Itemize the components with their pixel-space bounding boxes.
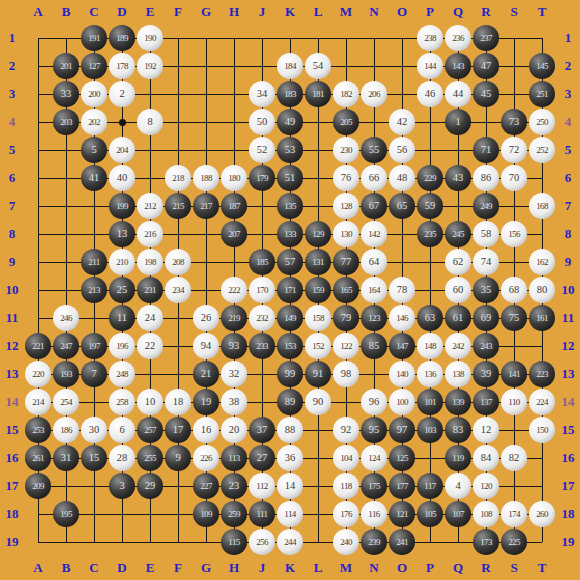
intersection-M10[interactable]: 165 — [332, 276, 360, 304]
intersection-D3[interactable]: 2 — [108, 80, 136, 108]
intersection-G10[interactable] — [192, 276, 220, 304]
intersection-Q13[interactable]: 138 — [444, 360, 472, 388]
intersection-C12[interactable]: 197 — [80, 332, 108, 360]
intersection-B17[interactable] — [52, 472, 80, 500]
intersection-D14[interactable]: 258 — [108, 388, 136, 416]
intersection-T10[interactable]: 80 — [528, 276, 556, 304]
intersection-N6[interactable]: 66 — [360, 164, 388, 192]
intersection-Q6[interactable]: 43 — [444, 164, 472, 192]
intersection-L4[interactable] — [304, 108, 332, 136]
intersection-N4[interactable] — [360, 108, 388, 136]
intersection-H2[interactable] — [220, 52, 248, 80]
intersection-A6[interactable] — [24, 164, 52, 192]
intersection-F12[interactable] — [164, 332, 192, 360]
intersection-F1[interactable] — [164, 24, 192, 52]
intersection-N12[interactable]: 85 — [360, 332, 388, 360]
intersection-E18[interactable] — [136, 500, 164, 528]
intersection-S13[interactable]: 141 — [500, 360, 528, 388]
intersection-O11[interactable]: 146 — [388, 304, 416, 332]
intersection-H4[interactable] — [220, 108, 248, 136]
intersection-K16[interactable]: 36 — [276, 444, 304, 472]
intersection-F18[interactable] — [164, 500, 192, 528]
intersection-M15[interactable]: 92 — [332, 416, 360, 444]
intersection-N10[interactable]: 164 — [360, 276, 388, 304]
intersection-S8[interactable]: 156 — [500, 220, 528, 248]
intersection-F7[interactable]: 215 — [164, 192, 192, 220]
intersection-H8[interactable]: 207 — [220, 220, 248, 248]
intersection-K19[interactable]: 244 — [276, 528, 304, 556]
intersection-S14[interactable]: 110 — [500, 388, 528, 416]
intersection-G17[interactable]: 227 — [192, 472, 220, 500]
intersection-N2[interactable] — [360, 52, 388, 80]
intersection-C15[interactable]: 30 — [80, 416, 108, 444]
intersection-B13[interactable]: 193 — [52, 360, 80, 388]
intersection-P10[interactable] — [416, 276, 444, 304]
intersection-S11[interactable]: 75 — [500, 304, 528, 332]
intersection-J6[interactable]: 179 — [248, 164, 276, 192]
intersection-J12[interactable]: 233 — [248, 332, 276, 360]
intersection-O3[interactable] — [388, 80, 416, 108]
intersection-R8[interactable]: 58 — [472, 220, 500, 248]
intersection-D8[interactable]: 13 — [108, 220, 136, 248]
intersection-O1[interactable] — [388, 24, 416, 52]
intersection-K7[interactable]: 135 — [276, 192, 304, 220]
intersection-C14[interactable] — [80, 388, 108, 416]
intersection-R4[interactable] — [472, 108, 500, 136]
intersection-T18[interactable]: 260 — [528, 500, 556, 528]
intersection-A10[interactable] — [24, 276, 52, 304]
intersection-J1[interactable] — [248, 24, 276, 52]
intersection-C2[interactable]: 127 — [80, 52, 108, 80]
intersection-N19[interactable]: 239 — [360, 528, 388, 556]
intersection-R2[interactable]: 47 — [472, 52, 500, 80]
intersection-T1[interactable] — [528, 24, 556, 52]
intersection-T3[interactable]: 251 — [528, 80, 556, 108]
intersection-H10[interactable]: 222 — [220, 276, 248, 304]
intersection-C10[interactable]: 213 — [80, 276, 108, 304]
intersection-O18[interactable]: 121 — [388, 500, 416, 528]
intersection-G12[interactable]: 94 — [192, 332, 220, 360]
intersection-D6[interactable]: 40 — [108, 164, 136, 192]
intersection-T8[interactable] — [528, 220, 556, 248]
intersection-B4[interactable]: 203 — [52, 108, 80, 136]
intersection-G4[interactable] — [192, 108, 220, 136]
intersection-L12[interactable]: 152 — [304, 332, 332, 360]
intersection-M3[interactable]: 182 — [332, 80, 360, 108]
intersection-C16[interactable]: 15 — [80, 444, 108, 472]
intersection-L9[interactable]: 131 — [304, 248, 332, 276]
intersection-N17[interactable]: 175 — [360, 472, 388, 500]
intersection-E19[interactable] — [136, 528, 164, 556]
intersection-H11[interactable]: 219 — [220, 304, 248, 332]
intersection-L10[interactable]: 159 — [304, 276, 332, 304]
intersection-Q8[interactable]: 245 — [444, 220, 472, 248]
intersection-G19[interactable] — [192, 528, 220, 556]
intersection-P6[interactable]: 229 — [416, 164, 444, 192]
intersection-E3[interactable] — [136, 80, 164, 108]
intersection-K6[interactable]: 51 — [276, 164, 304, 192]
intersection-P15[interactable]: 103 — [416, 416, 444, 444]
intersection-O19[interactable]: 241 — [388, 528, 416, 556]
intersection-A12[interactable]: 221 — [24, 332, 52, 360]
intersection-T14[interactable]: 224 — [528, 388, 556, 416]
intersection-S12[interactable] — [500, 332, 528, 360]
intersection-P8[interactable]: 235 — [416, 220, 444, 248]
intersection-Q19[interactable] — [444, 528, 472, 556]
intersection-J4[interactable]: 50 — [248, 108, 276, 136]
intersection-N1[interactable] — [360, 24, 388, 52]
intersection-B11[interactable]: 246 — [52, 304, 80, 332]
intersection-F19[interactable] — [164, 528, 192, 556]
intersection-H19[interactable]: 115 — [220, 528, 248, 556]
intersection-M9[interactable]: 77 — [332, 248, 360, 276]
intersection-M18[interactable]: 176 — [332, 500, 360, 528]
intersection-F17[interactable] — [164, 472, 192, 500]
intersection-B10[interactable] — [52, 276, 80, 304]
intersection-F13[interactable] — [164, 360, 192, 388]
intersection-N18[interactable]: 116 — [360, 500, 388, 528]
intersection-C6[interactable]: 41 — [80, 164, 108, 192]
intersection-C13[interactable]: 7 — [80, 360, 108, 388]
intersection-R10[interactable]: 35 — [472, 276, 500, 304]
intersection-F5[interactable] — [164, 136, 192, 164]
intersection-S10[interactable]: 68 — [500, 276, 528, 304]
intersection-A4[interactable] — [24, 108, 52, 136]
intersection-B3[interactable]: 33 — [52, 80, 80, 108]
intersection-C4[interactable]: 202 — [80, 108, 108, 136]
intersection-L3[interactable]: 181 — [304, 80, 332, 108]
intersection-B6[interactable] — [52, 164, 80, 192]
intersection-M7[interactable]: 128 — [332, 192, 360, 220]
intersection-L18[interactable] — [304, 500, 332, 528]
intersection-D18[interactable] — [108, 500, 136, 528]
intersection-G9[interactable] — [192, 248, 220, 276]
intersection-K5[interactable]: 53 — [276, 136, 304, 164]
intersection-K17[interactable]: 14 — [276, 472, 304, 500]
intersection-M17[interactable]: 118 — [332, 472, 360, 500]
intersection-N8[interactable]: 142 — [360, 220, 388, 248]
intersection-L2[interactable]: 54 — [304, 52, 332, 80]
intersection-J16[interactable]: 27 — [248, 444, 276, 472]
intersection-E13[interactable] — [136, 360, 164, 388]
intersection-S16[interactable]: 82 — [500, 444, 528, 472]
intersection-P18[interactable]: 105 — [416, 500, 444, 528]
intersection-A5[interactable] — [24, 136, 52, 164]
intersection-M16[interactable]: 104 — [332, 444, 360, 472]
intersection-D7[interactable]: 199 — [108, 192, 136, 220]
intersection-F6[interactable]: 218 — [164, 164, 192, 192]
intersection-O14[interactable]: 100 — [388, 388, 416, 416]
intersection-M6[interactable]: 76 — [332, 164, 360, 192]
intersection-E15[interactable]: 257 — [136, 416, 164, 444]
intersection-H18[interactable]: 259 — [220, 500, 248, 528]
intersection-R15[interactable]: 12 — [472, 416, 500, 444]
intersection-J3[interactable]: 34 — [248, 80, 276, 108]
intersection-C1[interactable]: 191 — [80, 24, 108, 52]
intersection-K18[interactable]: 114 — [276, 500, 304, 528]
intersection-B19[interactable] — [52, 528, 80, 556]
intersection-T7[interactable]: 168 — [528, 192, 556, 220]
intersection-A8[interactable] — [24, 220, 52, 248]
intersection-A19[interactable] — [24, 528, 52, 556]
intersection-T11[interactable]: 161 — [528, 304, 556, 332]
intersection-T2[interactable]: 145 — [528, 52, 556, 80]
intersection-G8[interactable] — [192, 220, 220, 248]
intersection-G3[interactable] — [192, 80, 220, 108]
intersection-A15[interactable]: 253 — [24, 416, 52, 444]
intersection-Q14[interactable]: 139 — [444, 388, 472, 416]
intersection-E7[interactable]: 212 — [136, 192, 164, 220]
intersection-F2[interactable] — [164, 52, 192, 80]
intersection-F4[interactable] — [164, 108, 192, 136]
intersection-K10[interactable]: 171 — [276, 276, 304, 304]
intersection-C7[interactable] — [80, 192, 108, 220]
intersection-P12[interactable]: 148 — [416, 332, 444, 360]
intersection-Q2[interactable]: 143 — [444, 52, 472, 80]
intersection-O6[interactable]: 48 — [388, 164, 416, 192]
intersection-P9[interactable] — [416, 248, 444, 276]
intersection-E17[interactable]: 29 — [136, 472, 164, 500]
intersection-B9[interactable] — [52, 248, 80, 276]
intersection-M13[interactable]: 98 — [332, 360, 360, 388]
intersection-G13[interactable]: 21 — [192, 360, 220, 388]
intersection-E9[interactable]: 198 — [136, 248, 164, 276]
intersection-S18[interactable]: 174 — [500, 500, 528, 528]
intersection-M19[interactable]: 240 — [332, 528, 360, 556]
intersection-S7[interactable] — [500, 192, 528, 220]
intersection-P5[interactable] — [416, 136, 444, 164]
intersection-R19[interactable]: 173 — [472, 528, 500, 556]
intersection-E16[interactable]: 255 — [136, 444, 164, 472]
intersection-P7[interactable]: 59 — [416, 192, 444, 220]
intersection-L19[interactable] — [304, 528, 332, 556]
intersection-O5[interactable]: 56 — [388, 136, 416, 164]
intersection-M12[interactable]: 122 — [332, 332, 360, 360]
intersection-C9[interactable]: 211 — [80, 248, 108, 276]
intersection-A2[interactable] — [24, 52, 52, 80]
intersection-Q15[interactable]: 83 — [444, 416, 472, 444]
intersection-R11[interactable]: 69 — [472, 304, 500, 332]
intersection-N7[interactable]: 67 — [360, 192, 388, 220]
intersection-O13[interactable]: 140 — [388, 360, 416, 388]
intersection-T6[interactable] — [528, 164, 556, 192]
intersection-T19[interactable] — [528, 528, 556, 556]
intersection-J7[interactable] — [248, 192, 276, 220]
intersection-N9[interactable]: 64 — [360, 248, 388, 276]
intersection-O17[interactable]: 177 — [388, 472, 416, 500]
intersection-J8[interactable] — [248, 220, 276, 248]
intersection-T5[interactable]: 252 — [528, 136, 556, 164]
intersection-D19[interactable] — [108, 528, 136, 556]
intersection-L15[interactable] — [304, 416, 332, 444]
intersection-K9[interactable]: 57 — [276, 248, 304, 276]
intersection-M4[interactable]: 205 — [332, 108, 360, 136]
intersection-O2[interactable] — [388, 52, 416, 80]
intersection-J14[interactable] — [248, 388, 276, 416]
intersection-T4[interactable]: 250 — [528, 108, 556, 136]
intersection-S17[interactable] — [500, 472, 528, 500]
intersection-H3[interactable] — [220, 80, 248, 108]
intersection-J13[interactable] — [248, 360, 276, 388]
intersection-E10[interactable]: 231 — [136, 276, 164, 304]
intersection-C17[interactable] — [80, 472, 108, 500]
intersection-O7[interactable]: 65 — [388, 192, 416, 220]
intersection-D12[interactable]: 196 — [108, 332, 136, 360]
intersection-G2[interactable] — [192, 52, 220, 80]
intersection-K3[interactable]: 183 — [276, 80, 304, 108]
intersection-R7[interactable]: 249 — [472, 192, 500, 220]
intersection-P13[interactable]: 136 — [416, 360, 444, 388]
intersection-D15[interactable]: 6 — [108, 416, 136, 444]
intersection-K4[interactable]: 49 — [276, 108, 304, 136]
intersection-A7[interactable] — [24, 192, 52, 220]
intersection-G11[interactable]: 26 — [192, 304, 220, 332]
intersection-T13[interactable]: 223 — [528, 360, 556, 388]
intersection-J11[interactable]: 232 — [248, 304, 276, 332]
intersection-H6[interactable]: 180 — [220, 164, 248, 192]
intersection-L1[interactable] — [304, 24, 332, 52]
intersection-D9[interactable]: 210 — [108, 248, 136, 276]
intersection-Q3[interactable]: 44 — [444, 80, 472, 108]
intersection-A13[interactable]: 220 — [24, 360, 52, 388]
intersection-N11[interactable]: 123 — [360, 304, 388, 332]
intersection-C18[interactable] — [80, 500, 108, 528]
intersection-T15[interactable]: 150 — [528, 416, 556, 444]
intersection-J17[interactable]: 112 — [248, 472, 276, 500]
intersection-G5[interactable] — [192, 136, 220, 164]
intersection-K14[interactable]: 89 — [276, 388, 304, 416]
intersection-L13[interactable]: 91 — [304, 360, 332, 388]
intersection-J9[interactable]: 185 — [248, 248, 276, 276]
intersection-K13[interactable]: 99 — [276, 360, 304, 388]
intersection-H13[interactable]: 32 — [220, 360, 248, 388]
intersection-K2[interactable]: 184 — [276, 52, 304, 80]
intersection-T17[interactable] — [528, 472, 556, 500]
intersection-R9[interactable]: 74 — [472, 248, 500, 276]
intersection-B5[interactable] — [52, 136, 80, 164]
intersection-G14[interactable]: 19 — [192, 388, 220, 416]
intersection-N15[interactable]: 95 — [360, 416, 388, 444]
intersection-S4[interactable]: 73 — [500, 108, 528, 136]
intersection-L11[interactable]: 158 — [304, 304, 332, 332]
intersection-S9[interactable] — [500, 248, 528, 276]
intersection-D13[interactable]: 248 — [108, 360, 136, 388]
intersection-A17[interactable]: 209 — [24, 472, 52, 500]
intersection-E6[interactable] — [136, 164, 164, 192]
intersection-B14[interactable]: 254 — [52, 388, 80, 416]
intersection-H15[interactable]: 20 — [220, 416, 248, 444]
intersection-D5[interactable]: 204 — [108, 136, 136, 164]
intersection-C19[interactable] — [80, 528, 108, 556]
intersection-S19[interactable]: 225 — [500, 528, 528, 556]
intersection-Q4[interactable]: 1 — [444, 108, 472, 136]
intersection-R12[interactable]: 243 — [472, 332, 500, 360]
intersection-O4[interactable]: 42 — [388, 108, 416, 136]
intersection-E12[interactable]: 22 — [136, 332, 164, 360]
intersection-H12[interactable]: 93 — [220, 332, 248, 360]
intersection-M1[interactable] — [332, 24, 360, 52]
intersection-P14[interactable]: 101 — [416, 388, 444, 416]
intersection-M5[interactable]: 230 — [332, 136, 360, 164]
intersection-E1[interactable]: 190 — [136, 24, 164, 52]
intersection-T16[interactable] — [528, 444, 556, 472]
intersection-O9[interactable] — [388, 248, 416, 276]
intersection-K8[interactable]: 133 — [276, 220, 304, 248]
intersection-A16[interactable]: 261 — [24, 444, 52, 472]
intersection-K1[interactable] — [276, 24, 304, 52]
intersection-A11[interactable] — [24, 304, 52, 332]
intersection-R13[interactable]: 39 — [472, 360, 500, 388]
intersection-D2[interactable]: 178 — [108, 52, 136, 80]
intersection-H17[interactable]: 23 — [220, 472, 248, 500]
intersection-D4[interactable] — [108, 108, 136, 136]
intersection-N3[interactable]: 206 — [360, 80, 388, 108]
intersection-H16[interactable]: 113 — [220, 444, 248, 472]
intersection-K12[interactable]: 153 — [276, 332, 304, 360]
intersection-R14[interactable]: 137 — [472, 388, 500, 416]
intersection-R16[interactable]: 84 — [472, 444, 500, 472]
intersection-O12[interactable]: 147 — [388, 332, 416, 360]
intersection-M11[interactable]: 79 — [332, 304, 360, 332]
intersection-P4[interactable] — [416, 108, 444, 136]
intersection-F14[interactable]: 18 — [164, 388, 192, 416]
intersection-D17[interactable]: 3 — [108, 472, 136, 500]
intersection-B18[interactable]: 195 — [52, 500, 80, 528]
intersection-H1[interactable] — [220, 24, 248, 52]
intersection-G18[interactable]: 109 — [192, 500, 220, 528]
intersection-B1[interactable] — [52, 24, 80, 52]
intersection-L5[interactable] — [304, 136, 332, 164]
intersection-S2[interactable] — [500, 52, 528, 80]
intersection-T9[interactable]: 162 — [528, 248, 556, 276]
intersection-O10[interactable]: 78 — [388, 276, 416, 304]
intersection-P3[interactable]: 46 — [416, 80, 444, 108]
intersection-B15[interactable]: 186 — [52, 416, 80, 444]
intersection-B12[interactable]: 247 — [52, 332, 80, 360]
intersection-G6[interactable]: 188 — [192, 164, 220, 192]
intersection-E5[interactable] — [136, 136, 164, 164]
intersection-M8[interactable]: 130 — [332, 220, 360, 248]
intersection-J15[interactable]: 37 — [248, 416, 276, 444]
intersection-B7[interactable] — [52, 192, 80, 220]
intersection-G7[interactable]: 217 — [192, 192, 220, 220]
intersection-F15[interactable]: 17 — [164, 416, 192, 444]
intersection-Q11[interactable]: 61 — [444, 304, 472, 332]
intersection-O8[interactable] — [388, 220, 416, 248]
intersection-F3[interactable] — [164, 80, 192, 108]
intersection-F10[interactable]: 234 — [164, 276, 192, 304]
intersection-G15[interactable]: 16 — [192, 416, 220, 444]
intersection-N5[interactable]: 55 — [360, 136, 388, 164]
intersection-Q10[interactable]: 60 — [444, 276, 472, 304]
intersection-L14[interactable]: 90 — [304, 388, 332, 416]
intersection-H5[interactable] — [220, 136, 248, 164]
intersection-Q1[interactable]: 236 — [444, 24, 472, 52]
intersection-J5[interactable]: 52 — [248, 136, 276, 164]
intersection-L16[interactable] — [304, 444, 332, 472]
intersection-D16[interactable]: 28 — [108, 444, 136, 472]
intersection-Q18[interactable]: 107 — [444, 500, 472, 528]
intersection-L6[interactable] — [304, 164, 332, 192]
intersection-S5[interactable]: 72 — [500, 136, 528, 164]
intersection-F9[interactable]: 208 — [164, 248, 192, 276]
intersection-C5[interactable]: 5 — [80, 136, 108, 164]
intersection-D10[interactable]: 25 — [108, 276, 136, 304]
intersection-P2[interactable]: 144 — [416, 52, 444, 80]
intersection-R18[interactable]: 108 — [472, 500, 500, 528]
intersection-G16[interactable]: 226 — [192, 444, 220, 472]
intersection-A3[interactable] — [24, 80, 52, 108]
